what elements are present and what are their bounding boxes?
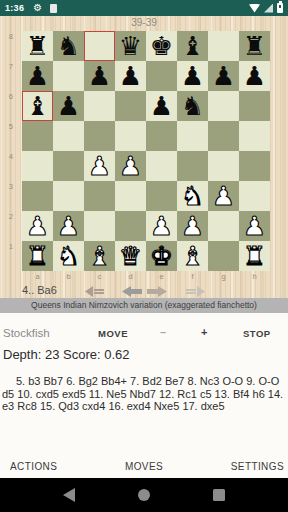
engine-panel: Stockfish MOVE – + STOP Depth: 23 Score:… — [0, 313, 288, 478]
file-label-b: b — [53, 271, 84, 284]
square-h6[interactable] — [239, 91, 270, 121]
piece-black-queen: ♛ — [119, 31, 142, 61]
file-labels: abcdefgh — [22, 271, 270, 284]
move-button[interactable]: MOVE — [98, 328, 128, 339]
piece-black-pawn: ♟ — [181, 61, 204, 91]
square-b4[interactable] — [53, 151, 84, 181]
battery-icon — [277, 3, 283, 13]
go-to-end-icon[interactable] — [184, 286, 205, 297]
chess-board: ♜♞♛♚♝♜♟♟♟♟♟♟♝♟♟♞♟♟♞♟♟♟♟♟♟♜♞♝♛♚♝♜ — [22, 31, 270, 271]
piece-black-pawn: ♟ — [212, 61, 235, 91]
tab-moves[interactable]: MOVES — [125, 461, 163, 472]
square-d4[interactable]: ♟ — [115, 151, 146, 181]
square-e7[interactable] — [146, 61, 177, 91]
engine-name: Stockfish — [3, 327, 50, 339]
square-e5[interactable] — [146, 121, 177, 151]
last-move-text: 4.. Ba6 — [22, 284, 57, 296]
piece-black-pawn: ♟ — [243, 61, 266, 91]
piece-black-pawn: ♟ — [88, 61, 111, 91]
square-a8[interactable]: ♜ — [22, 31, 53, 61]
square-d8[interactable]: ♛ — [115, 31, 146, 61]
piece-black-knight: ♞ — [181, 91, 204, 121]
piece-white-pawn: ♟ — [181, 211, 204, 241]
file-label-d: d — [115, 271, 146, 284]
engine-controls-row: Stockfish MOVE – + STOP — [0, 325, 288, 343]
square-e4[interactable] — [146, 151, 177, 181]
recents-icon[interactable] — [213, 489, 225, 501]
square-g3[interactable]: ♟ — [208, 181, 239, 211]
square-a2[interactable]: ♟ — [22, 211, 53, 241]
square-a5[interactable] — [22, 121, 53, 151]
piece-black-knight: ♞ — [57, 31, 80, 61]
square-e3[interactable] — [146, 181, 177, 211]
square-h1[interactable]: ♜ — [239, 241, 270, 271]
square-c3[interactable] — [84, 181, 115, 211]
principal-variation-text: 5. b3 Bb7 6. Bg2 Bb4+ 7. Bd2 Be7 8. Nc3 … — [2, 375, 286, 413]
file-label-e: e — [146, 271, 177, 284]
forward-arrow-icon[interactable] — [146, 286, 167, 297]
square-e1[interactable]: ♚ — [146, 241, 177, 271]
piece-black-rook: ♜ — [26, 31, 49, 61]
piece-white-bishop: ♝ — [181, 241, 204, 271]
square-e2[interactable]: ♟ — [146, 211, 177, 241]
piece-white-queen: ♛ — [119, 241, 142, 271]
rank-labels: 87654321 — [0, 31, 19, 271]
piece-black-bishop: ♝ — [181, 31, 204, 61]
square-d3[interactable] — [115, 181, 146, 211]
decrease-button[interactable]: – — [160, 326, 167, 338]
square-b2[interactable]: ♟ — [53, 211, 84, 241]
piece-white-knight: ♞ — [181, 181, 204, 211]
piece-black-pawn: ♟ — [26, 61, 49, 91]
file-label-c: c — [84, 271, 115, 284]
tab-actions[interactable]: ACTIONS — [10, 461, 57, 472]
status-icons — [249, 3, 283, 13]
square-h2[interactable]: ♟ — [239, 211, 270, 241]
increase-button[interactable]: + — [201, 326, 208, 338]
gear-icon: ⚙ — [33, 0, 42, 16]
file-label-a: a — [22, 271, 53, 284]
stop-button[interactable]: STOP — [243, 328, 271, 339]
piece-black-king: ♚ — [150, 31, 173, 61]
square-g2[interactable] — [208, 211, 239, 241]
home-icon[interactable] — [138, 489, 150, 501]
back-icon[interactable] — [63, 488, 75, 502]
piece-white-rook: ♜ — [243, 241, 266, 271]
piece-white-pawn: ♟ — [57, 211, 80, 241]
square-b8[interactable]: ♞ — [53, 31, 84, 61]
piece-white-pawn: ♟ — [150, 211, 173, 241]
square-d5[interactable] — [115, 121, 146, 151]
square-c5[interactable] — [84, 121, 115, 151]
piece-black-pawn: ♟ — [57, 91, 80, 121]
square-a3[interactable] — [22, 181, 53, 211]
piece-white-pawn: ♟ — [26, 211, 49, 241]
square-c4[interactable]: ♟ — [84, 151, 115, 181]
square-f3[interactable]: ♞ — [177, 181, 208, 211]
square-d7[interactable]: ♟ — [115, 61, 146, 91]
piece-white-pawn: ♟ — [119, 151, 142, 181]
square-c1[interactable]: ♝ — [84, 241, 115, 271]
square-c2[interactable] — [84, 211, 115, 241]
square-f2[interactable]: ♟ — [177, 211, 208, 241]
rank-label-8: 8 — [0, 31, 19, 61]
piece-white-rook: ♜ — [26, 241, 49, 271]
square-e8[interactable]: ♚ — [146, 31, 177, 61]
wifi-icon — [249, 4, 260, 13]
square-a1[interactable]: ♜ — [22, 241, 53, 271]
file-label-h: h — [239, 271, 270, 284]
status-bar: 1:36 ⚙ — [0, 0, 288, 16]
square-h8[interactable]: ♜ — [239, 31, 270, 61]
rank-label-4: 4 — [0, 151, 19, 181]
bottom-tabs: ACTIONS MOVES SETTINGS — [0, 457, 288, 475]
app-screen: 1:36 ⚙ 39-39 87654321 ♜♞♛♚♝♜♟♟♟♟♟♟♝♟♟♞♟♟… — [0, 0, 288, 512]
square-a4[interactable] — [22, 151, 53, 181]
square-d1[interactable]: ♛ — [115, 241, 146, 271]
piece-white-pawn: ♟ — [88, 151, 111, 181]
square-g5[interactable] — [208, 121, 239, 151]
piece-black-pawn: ♟ — [150, 91, 173, 121]
square-d6[interactable] — [115, 91, 146, 121]
square-b5[interactable] — [53, 121, 84, 151]
notification-icon — [50, 4, 57, 13]
back-arrow-icon[interactable] — [122, 286, 143, 297]
signal-icon — [264, 4, 273, 13]
move-navigation-row: 4.. Ba6 — [0, 284, 288, 298]
square-a6[interactable]: ♝ — [22, 91, 53, 121]
square-c7[interactable]: ♟ — [84, 61, 115, 91]
square-g1[interactable] — [208, 241, 239, 271]
square-g8[interactable] — [208, 31, 239, 61]
depth-score-text: Depth: 23 Score: 0.62 — [3, 347, 129, 362]
go-to-start-icon[interactable] — [85, 286, 106, 297]
square-b6[interactable]: ♟ — [53, 91, 84, 121]
rank-label-3: 3 — [0, 181, 19, 211]
square-g6[interactable] — [208, 91, 239, 121]
square-h3[interactable] — [239, 181, 270, 211]
piece-white-king: ♚ — [150, 241, 173, 271]
rank-label-6: 6 — [0, 91, 19, 121]
piece-white-bishop: ♝ — [88, 241, 111, 271]
square-b3[interactable] — [53, 181, 84, 211]
rank-label-2: 2 — [0, 211, 19, 241]
piece-white-knight: ♞ — [57, 241, 80, 271]
material-score: 39-39 — [0, 16, 288, 30]
square-c8[interactable] — [84, 31, 115, 61]
android-nav-bar — [0, 478, 288, 512]
square-e6[interactable]: ♟ — [146, 91, 177, 121]
piece-black-rook: ♜ — [243, 31, 266, 61]
piece-black-pawn: ♟ — [119, 61, 142, 91]
square-g4[interactable] — [208, 151, 239, 181]
square-f5[interactable] — [177, 121, 208, 151]
piece-black-bishop: ♝ — [26, 91, 49, 121]
square-f8[interactable]: ♝ — [177, 31, 208, 61]
rank-label-7: 7 — [0, 61, 19, 91]
square-f1[interactable]: ♝ — [177, 241, 208, 271]
square-a7[interactable]: ♟ — [22, 61, 53, 91]
rank-label-1: 1 — [0, 241, 19, 271]
square-c6[interactable] — [84, 91, 115, 121]
square-h7[interactable]: ♟ — [239, 61, 270, 91]
square-f7[interactable]: ♟ — [177, 61, 208, 91]
square-b7[interactable] — [53, 61, 84, 91]
opening-name-banner: Queens Indian Nimzovich variation (exagg… — [0, 298, 288, 313]
square-b1[interactable]: ♞ — [53, 241, 84, 271]
square-f4[interactable] — [177, 151, 208, 181]
piece-white-pawn: ♟ — [212, 181, 235, 211]
square-d2[interactable] — [115, 211, 146, 241]
square-h5[interactable] — [239, 121, 270, 151]
square-g7[interactable]: ♟ — [208, 61, 239, 91]
tab-settings[interactable]: SETTINGS — [231, 461, 284, 472]
square-h4[interactable] — [239, 151, 270, 181]
clock-text: 1:36 — [5, 3, 24, 13]
piece-white-pawn: ♟ — [243, 211, 266, 241]
file-label-g: g — [208, 271, 239, 284]
file-label-f: f — [177, 271, 208, 284]
rank-label-5: 5 — [0, 121, 19, 151]
square-f6[interactable]: ♞ — [177, 91, 208, 121]
